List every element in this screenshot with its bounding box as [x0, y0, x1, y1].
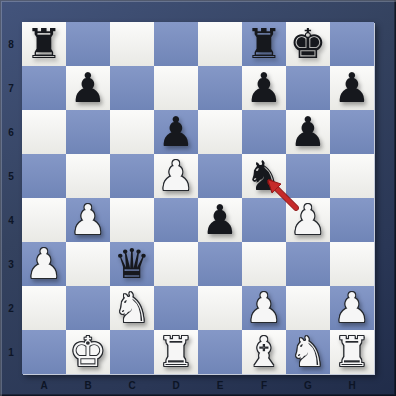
square-e8[interactable]: [198, 22, 242, 66]
square-a6[interactable]: [22, 110, 66, 154]
piece-white-knight: ♞: [290, 330, 327, 374]
piece-black-king: ♚: [290, 22, 327, 66]
square-a1[interactable]: [22, 330, 66, 374]
square-c5[interactable]: [110, 154, 154, 198]
square-d5[interactable]: ♟: [154, 154, 198, 198]
square-g2[interactable]: [286, 286, 330, 330]
piece-white-knight: ♞: [114, 286, 151, 330]
square-e3[interactable]: [198, 242, 242, 286]
square-d6[interactable]: ♟: [154, 110, 198, 154]
square-b1[interactable]: ♚: [66, 330, 110, 374]
square-a2[interactable]: [22, 286, 66, 330]
piece-black-pawn: ♟: [202, 198, 239, 242]
piece-white-bishop: ♝: [246, 330, 283, 374]
square-b8[interactable]: [66, 22, 110, 66]
board-frame: 87654321 ABCDEFGH ♜♜♚♟♟♟♟♟♟♞♟♟♟♟♛♞♟♟♚♜♝♞…: [0, 0, 396, 396]
square-a5[interactable]: [22, 154, 66, 198]
square-g8[interactable]: ♚: [286, 22, 330, 66]
square-h7[interactable]: ♟: [330, 66, 374, 110]
rank-labels: 87654321: [0, 22, 22, 374]
piece-black-rook: ♜: [26, 22, 63, 66]
rank-label-5: 5: [0, 154, 22, 198]
square-c6[interactable]: [110, 110, 154, 154]
square-h4[interactable]: [330, 198, 374, 242]
file-label-g: G: [286, 374, 330, 396]
square-d4[interactable]: [154, 198, 198, 242]
square-b5[interactable]: [66, 154, 110, 198]
square-g3[interactable]: [286, 242, 330, 286]
piece-white-rook: ♜: [158, 330, 195, 374]
square-h3[interactable]: [330, 242, 374, 286]
piece-white-rook: ♜: [334, 330, 371, 374]
rank-label-7: 7: [0, 66, 22, 110]
rank-label-3: 3: [0, 242, 22, 286]
chess-board: ♜♜♚♟♟♟♟♟♟♞♟♟♟♟♛♞♟♟♚♜♝♞♜: [22, 22, 374, 374]
square-f8[interactable]: ♜: [242, 22, 286, 66]
piece-black-pawn: ♟: [334, 66, 371, 110]
square-c8[interactable]: [110, 22, 154, 66]
rank-label-6: 6: [0, 110, 22, 154]
square-h5[interactable]: [330, 154, 374, 198]
square-c7[interactable]: [110, 66, 154, 110]
square-f3[interactable]: [242, 242, 286, 286]
piece-white-pawn: ♟: [70, 198, 107, 242]
square-d2[interactable]: [154, 286, 198, 330]
square-d8[interactable]: [154, 22, 198, 66]
square-f7[interactable]: ♟: [242, 66, 286, 110]
rank-label-2: 2: [0, 286, 22, 330]
piece-white-pawn: ♟: [246, 286, 283, 330]
square-e6[interactable]: [198, 110, 242, 154]
square-h6[interactable]: [330, 110, 374, 154]
square-h1[interactable]: ♜: [330, 330, 374, 374]
square-c4[interactable]: [110, 198, 154, 242]
square-e1[interactable]: [198, 330, 242, 374]
file-label-b: B: [66, 374, 110, 396]
piece-black-rook: ♜: [246, 22, 283, 66]
square-d1[interactable]: ♜: [154, 330, 198, 374]
square-c2[interactable]: ♞: [110, 286, 154, 330]
rank-label-1: 1: [0, 330, 22, 374]
square-a4[interactable]: [22, 198, 66, 242]
file-labels: ABCDEFGH: [22, 374, 374, 396]
square-f2[interactable]: ♟: [242, 286, 286, 330]
square-b2[interactable]: [66, 286, 110, 330]
file-label-h: H: [330, 374, 374, 396]
square-g6[interactable]: ♟: [286, 110, 330, 154]
piece-white-pawn: ♟: [158, 154, 195, 198]
square-b3[interactable]: [66, 242, 110, 286]
piece-black-pawn: ♟: [70, 66, 107, 110]
piece-white-pawn: ♟: [334, 286, 371, 330]
piece-white-king: ♚: [70, 330, 107, 374]
square-b6[interactable]: [66, 110, 110, 154]
square-f5[interactable]: ♞: [242, 154, 286, 198]
square-e7[interactable]: [198, 66, 242, 110]
square-e2[interactable]: [198, 286, 242, 330]
square-a8[interactable]: ♜: [22, 22, 66, 66]
piece-black-pawn: ♟: [290, 110, 327, 154]
square-h2[interactable]: ♟: [330, 286, 374, 330]
file-label-a: A: [22, 374, 66, 396]
file-label-d: D: [154, 374, 198, 396]
square-a3[interactable]: ♟: [22, 242, 66, 286]
square-g7[interactable]: [286, 66, 330, 110]
file-label-c: C: [110, 374, 154, 396]
square-f4[interactable]: [242, 198, 286, 242]
square-e5[interactable]: [198, 154, 242, 198]
square-c3[interactable]: ♛: [110, 242, 154, 286]
piece-black-knight: ♞: [246, 154, 283, 198]
rank-label-4: 4: [0, 198, 22, 242]
square-g4[interactable]: ♟: [286, 198, 330, 242]
square-f6[interactable]: [242, 110, 286, 154]
square-c1[interactable]: [110, 330, 154, 374]
file-label-f: F: [242, 374, 286, 396]
piece-black-pawn: ♟: [158, 110, 195, 154]
rank-label-8: 8: [0, 22, 22, 66]
square-d3[interactable]: [154, 242, 198, 286]
square-e4[interactable]: ♟: [198, 198, 242, 242]
square-b7[interactable]: ♟: [66, 66, 110, 110]
piece-black-pawn: ♟: [246, 66, 283, 110]
square-d7[interactable]: [154, 66, 198, 110]
square-f1[interactable]: ♝: [242, 330, 286, 374]
square-g5[interactable]: [286, 154, 330, 198]
piece-white-pawn: ♟: [290, 198, 327, 242]
square-a7[interactable]: [22, 66, 66, 110]
piece-white-pawn: ♟: [26, 242, 63, 286]
square-h8[interactable]: [330, 22, 374, 66]
square-b4[interactable]: ♟: [66, 198, 110, 242]
piece-black-queen: ♛: [114, 242, 151, 286]
file-label-e: E: [198, 374, 242, 396]
square-g1[interactable]: ♞: [286, 330, 330, 374]
